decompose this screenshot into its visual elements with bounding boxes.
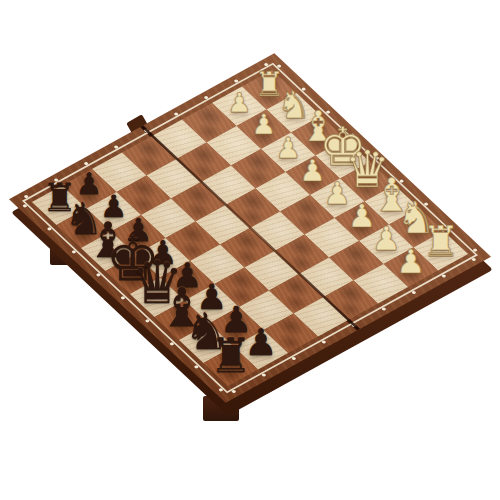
frame-dot: [96, 273, 102, 277]
frame-dot: [83, 161, 89, 165]
frame-dot: [233, 79, 239, 83]
frame-dot: [169, 342, 175, 346]
frame-dot: [231, 389, 237, 393]
frame-dot: [350, 133, 356, 137]
chess-board: [32, 70, 468, 386]
frame-dot: [113, 145, 119, 149]
frame-dot: [423, 202, 429, 206]
frame-dot: [301, 87, 307, 91]
frame-dot: [22, 204, 28, 208]
frame-dot: [120, 296, 126, 300]
frame-dot: [261, 373, 267, 377]
frame-dot: [381, 307, 387, 311]
chess-set-product-photo: ♜♞♝♚♛♝♞♜♟♟♟♟♟♟♟♟♟♟♟♟♟♟♟♟♜♞♝♚♛♝♞♜: [0, 0, 500, 500]
frame-dot: [194, 365, 200, 369]
frame-dot: [374, 156, 380, 160]
frame-dot: [53, 178, 59, 182]
frame-dot: [291, 356, 297, 360]
frame-dot: [23, 194, 29, 198]
frame-dot: [145, 319, 151, 323]
frame-dot: [471, 257, 477, 261]
frame-dot: [47, 227, 53, 231]
frame-dot: [218, 388, 224, 392]
frame-dot: [203, 95, 209, 99]
frame-dot: [448, 225, 454, 229]
frame-dot: [263, 62, 269, 66]
frame-dot: [399, 179, 405, 183]
frame-dot: [411, 290, 417, 294]
frame-dot: [71, 250, 77, 254]
frame-dot: [441, 274, 447, 278]
frame-dot: [321, 340, 327, 344]
frame-dot: [173, 112, 179, 116]
frame-dot: [472, 248, 478, 252]
frame-dot: [325, 110, 331, 114]
frame-dot: [276, 64, 282, 68]
